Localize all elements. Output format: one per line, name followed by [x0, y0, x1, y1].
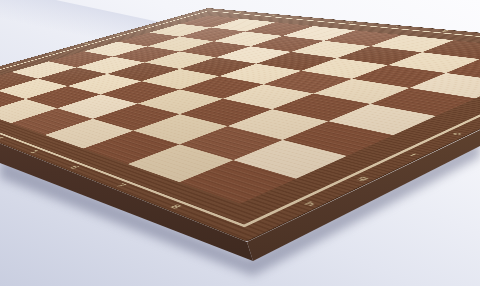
photo-scene: 1122334455667788aabbccddeeffgghh: [0, 0, 480, 286]
coord-number-far-7: 7: [467, 32, 480, 40]
coord-letter-near-d: d: [469, 104, 480, 126]
coord-number-near-4: 4: [0, 130, 22, 147]
